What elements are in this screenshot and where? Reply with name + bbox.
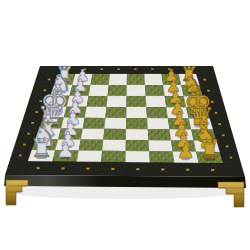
piece-silver-pawn: ♟ [56,138,74,162]
board-square [149,140,173,151]
board-square [147,118,169,129]
board-square [145,85,165,96]
board-square [103,129,126,140]
board-square [91,74,110,85]
board-square [81,129,105,140]
coordinate-mark-near [111,168,114,170]
board-square [126,118,148,129]
board-square [108,85,127,96]
board-square [126,151,150,162]
piece-gold-rook: ♜ [198,135,221,164]
board-square [102,140,126,151]
board-square [126,140,150,151]
board-square [101,151,126,162]
piece-silver-rook: ♜ [30,134,53,163]
chess-board-photo-canvas: ♜♟♜♟♞♟♞♟♝♟♝♟♚♟♚♟♛♟♛♟♝♟♝♟♞♟♞♟♜♟♜♟ [0,0,250,250]
coordinate-mark-near [211,169,214,171]
board-square [104,118,126,129]
coordinate-mark-far [117,68,119,70]
board-square [107,96,127,107]
board-side-face [4,175,246,188]
board-square [127,74,145,85]
coordinate-mark-near [161,168,164,170]
piece-gold-pawn: ♟ [176,139,194,163]
coordinate-mark-right [230,157,233,159]
board-square [109,74,127,85]
coordinate-mark-right [226,145,229,147]
board-square [148,129,171,140]
board-square [85,107,107,118]
coordinate-mark-near [61,167,64,169]
coordinate-mark-far [101,68,103,70]
board-square [144,74,163,85]
board-square [79,140,104,151]
board-square [126,96,146,107]
board-square [87,96,108,107]
coordinate-mark-far [134,68,136,70]
coordinate-mark-left [23,144,26,146]
board-square [77,151,102,162]
board-square [146,96,167,107]
board-square [126,129,149,140]
coordinate-mark-right [222,134,225,136]
coordinate-mark-near [186,169,189,171]
coordinate-mark-near [36,167,39,169]
board-square [83,118,106,129]
board-square [105,107,126,118]
board-square [127,85,146,96]
board-square [89,85,109,96]
board-square [149,151,174,162]
board-square [146,107,168,118]
chess-set-product-photo: ♜♟♜♟♞♟♞♟♝♟♝♟♚♟♚♟♛♟♛♟♝♟♝♟♞♟♞♟♜♟♜♟ [0,0,250,250]
coordinate-mark-near [86,168,89,170]
coordinate-mark-far [151,68,153,70]
board-square [126,107,147,118]
coordinate-mark-left [19,155,22,157]
coordinate-mark-near [136,168,139,170]
